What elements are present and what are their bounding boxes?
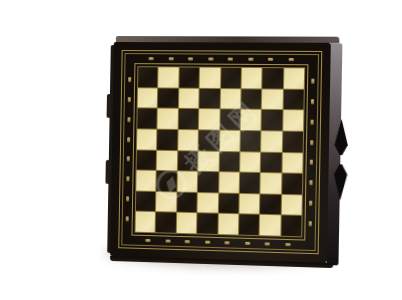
square-g8 (262, 68, 282, 88)
square-a6 (137, 109, 157, 129)
square-b2 (156, 192, 176, 212)
rank-marks-right (307, 71, 315, 233)
gold-border-mark (125, 216, 129, 221)
square-c3 (177, 171, 197, 191)
gold-border-mark (168, 57, 173, 61)
gold-border-mark (126, 157, 130, 162)
square-h6 (283, 110, 304, 130)
square-a4 (137, 150, 157, 170)
square-d7 (199, 88, 219, 108)
gold-border-mark (126, 196, 130, 201)
gold-border-mark (128, 77, 132, 82)
square-b1 (156, 213, 176, 233)
square-g1 (260, 215, 280, 236)
chess-box (110, 42, 331, 263)
square-e6 (220, 110, 240, 130)
square-b3 (157, 171, 177, 191)
gold-border-mark (285, 243, 290, 247)
square-g4 (261, 152, 281, 172)
square-c8 (179, 67, 199, 87)
gold-border-mark (308, 221, 312, 226)
gold-border-mark (310, 140, 314, 145)
square-b6 (158, 109, 178, 129)
square-g7 (262, 89, 282, 109)
square-a3 (136, 171, 156, 191)
gold-border-mark (311, 99, 315, 104)
square-d3 (198, 172, 218, 192)
square-c4 (178, 151, 198, 171)
gold-border-mark (309, 201, 313, 206)
square-f8 (241, 68, 261, 88)
gold-border-mark (165, 239, 170, 243)
square-e3 (219, 172, 239, 192)
square-b5 (157, 130, 177, 150)
square-c1 (177, 213, 197, 233)
square-d5 (199, 130, 219, 150)
gold-border-mark (127, 117, 131, 122)
gold-border-mark (205, 240, 210, 244)
file-marks-top (142, 56, 302, 62)
gold-border-mark (208, 57, 213, 61)
square-e1 (218, 214, 238, 234)
square-b8 (159, 67, 179, 87)
square-c7 (179, 88, 199, 108)
gold-border-mark (265, 242, 270, 246)
gold-border-mark (146, 239, 151, 243)
gold-border-mark (309, 180, 313, 185)
square-d2 (198, 193, 218, 213)
square-f3 (240, 173, 260, 193)
chess-board (136, 67, 305, 236)
outer-gold-frame (118, 50, 322, 254)
gold-border-mark (311, 79, 315, 84)
square-h8 (284, 68, 305, 88)
square-a8 (138, 67, 158, 87)
gold-border-mark (268, 58, 273, 62)
square-f6 (241, 110, 261, 130)
gold-border-mark (188, 57, 193, 61)
gold-border-mark (309, 160, 313, 165)
gold-border-mark (149, 57, 154, 61)
square-c6 (178, 109, 198, 129)
gold-border-mark (288, 58, 293, 62)
square-f4 (240, 152, 260, 172)
square-e8 (221, 68, 241, 88)
gold-border-mark (127, 137, 131, 142)
square-b7 (158, 88, 178, 108)
square-f7 (241, 89, 261, 109)
gold-border-mark (126, 176, 130, 181)
hinge-bottom (105, 160, 109, 184)
square-d4 (198, 151, 218, 171)
square-e2 (218, 193, 238, 213)
coordinate-marks-band (122, 54, 318, 250)
inner-gold-frame (131, 63, 308, 240)
square-a5 (137, 129, 157, 149)
square-e7 (220, 89, 240, 109)
square-a1 (136, 212, 156, 232)
square-h5 (282, 131, 303, 151)
square-b4 (157, 150, 177, 170)
square-d6 (199, 109, 219, 129)
square-e4 (219, 151, 239, 171)
gold-border-mark (248, 58, 253, 62)
gold-border-mark (185, 240, 190, 244)
square-g5 (261, 131, 281, 151)
outer-gold-frame-inner-line (121, 53, 319, 251)
gold-border-mark (128, 97, 132, 102)
square-h3 (282, 174, 303, 195)
square-g2 (260, 194, 280, 215)
photo-canvas: { "game": "chess", "scene": { "descripti… (0, 0, 402, 300)
inner-gold-frame-inner-line (135, 66, 306, 237)
square-d1 (197, 214, 217, 234)
hinge-top (107, 94, 111, 118)
gold-border-mark (245, 242, 250, 246)
gold-border-mark (225, 241, 230, 245)
square-d8 (200, 68, 220, 88)
square-h7 (283, 89, 304, 109)
square-g3 (261, 173, 281, 193)
board-front-face (110, 42, 331, 263)
square-c5 (178, 130, 198, 150)
square-a2 (136, 191, 156, 211)
square-f1 (239, 215, 259, 235)
square-h1 (281, 216, 302, 237)
square-a7 (138, 88, 158, 108)
gold-border-mark (228, 57, 233, 61)
square-h2 (281, 195, 302, 216)
square-c2 (177, 192, 197, 212)
square-h4 (282, 153, 303, 173)
square-f5 (240, 131, 260, 151)
square-f2 (239, 194, 259, 214)
square-e5 (219, 130, 239, 150)
gold-border-mark (310, 120, 314, 125)
square-g6 (262, 110, 282, 130)
